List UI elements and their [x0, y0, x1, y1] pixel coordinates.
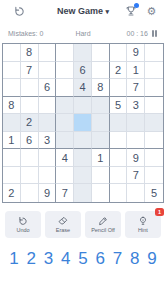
cell-r5c5[interactable]: [74, 114, 92, 132]
notification-dot: [134, 3, 139, 8]
cell-r6c6[interactable]: [92, 132, 110, 150]
cell-r8c1[interactable]: [3, 167, 21, 185]
pencil-button[interactable]: Pencil Off: [85, 211, 121, 238]
cell-r1c2[interactable]: 8: [21, 44, 39, 62]
cell-r5c7[interactable]: [110, 114, 128, 132]
cell-r3c2[interactable]: [21, 79, 39, 97]
cell-r4c9[interactable]: [145, 97, 163, 115]
cell-r9c1[interactable]: 2: [3, 184, 21, 202]
cell-r2c4[interactable]: [56, 62, 74, 80]
numpad-8[interactable]: 8: [128, 249, 142, 269]
cell-r2c7[interactable]: 2: [110, 62, 128, 80]
cell-r2c6[interactable]: [92, 62, 110, 80]
sudoku-board: 8976216487853216341972975: [2, 43, 164, 203]
cell-r1c7[interactable]: [110, 44, 128, 62]
cell-r2c9[interactable]: [145, 62, 163, 80]
cell-r4c5[interactable]: [74, 97, 92, 115]
trophy-button[interactable]: [124, 5, 137, 18]
hint-badge: 1: [155, 208, 164, 216]
cell-r5c3[interactable]: [39, 114, 57, 132]
cell-r4c8[interactable]: 3: [127, 97, 145, 115]
cell-r8c5[interactable]: [74, 167, 92, 185]
cell-r9c4[interactable]: 7: [56, 184, 74, 202]
cell-r9c5[interactable]: [74, 184, 92, 202]
cell-r6c9[interactable]: [145, 132, 163, 150]
status-bar: Mistakes: 0 Hard 00 : 16: [0, 25, 166, 41]
cell-r5c9[interactable]: [145, 114, 163, 132]
toolbar: Undo Erase Pencil Off 1 Hint: [0, 211, 166, 238]
cell-r5c8[interactable]: [127, 114, 145, 132]
cell-r1c6[interactable]: [92, 44, 110, 62]
cell-r3c3[interactable]: 6: [39, 79, 57, 97]
cell-r6c5[interactable]: [74, 132, 92, 150]
undo-label: Undo: [16, 227, 29, 233]
cell-r2c1[interactable]: [3, 62, 21, 80]
difficulty-label: Hard: [0, 30, 166, 37]
pencil-icon: [98, 216, 108, 226]
cell-r9c2[interactable]: [21, 184, 39, 202]
cell-r5c2[interactable]: 2: [21, 114, 39, 132]
undo-button[interactable]: Undo: [5, 211, 41, 238]
cell-r8c6[interactable]: [92, 167, 110, 185]
cell-r8c7[interactable]: [110, 167, 128, 185]
cell-r7c2[interactable]: [21, 149, 39, 167]
cell-r2c8[interactable]: 1: [127, 62, 145, 80]
lightbulb-icon: [138, 216, 148, 226]
cell-r6c2[interactable]: 6: [21, 132, 39, 150]
cell-r6c1[interactable]: 1: [3, 132, 21, 150]
cell-r6c4[interactable]: [56, 132, 74, 150]
cell-r7c6[interactable]: 1: [92, 149, 110, 167]
cell-r3c6[interactable]: 8: [92, 79, 110, 97]
cell-r8c2[interactable]: [21, 167, 39, 185]
cell-r3c8[interactable]: 7: [127, 79, 145, 97]
number-pad: 123456789: [0, 249, 166, 269]
cell-r1c4[interactable]: [56, 44, 74, 62]
cell-r6c7[interactable]: [110, 132, 128, 150]
cell-r5c4[interactable]: [56, 114, 74, 132]
cell-r3c9[interactable]: [145, 79, 163, 97]
cell-r1c5[interactable]: [74, 44, 92, 62]
cell-r5c1[interactable]: [3, 114, 21, 132]
cell-r8c4[interactable]: [56, 167, 74, 185]
cell-r4c1[interactable]: 8: [3, 97, 21, 115]
numpad-6[interactable]: 6: [93, 249, 107, 269]
cell-r7c4[interactable]: 4: [56, 149, 74, 167]
cell-r9c3[interactable]: 9: [39, 184, 57, 202]
cell-r7c3[interactable]: [39, 149, 57, 167]
cell-r3c5[interactable]: 4: [74, 79, 92, 97]
numpad-3[interactable]: 3: [42, 249, 56, 269]
numpad-4[interactable]: 4: [59, 249, 73, 269]
cell-r7c7[interactable]: [110, 149, 128, 167]
cell-r8c8[interactable]: 7: [127, 167, 145, 185]
numpad-2[interactable]: 2: [24, 249, 38, 269]
cell-r7c5[interactable]: [74, 149, 92, 167]
cell-r7c8[interactable]: 9: [127, 149, 145, 167]
eraser-icon: [58, 216, 68, 226]
cell-r9c6[interactable]: [92, 184, 110, 202]
cell-r3c4[interactable]: [56, 79, 74, 97]
numpad-7[interactable]: 7: [111, 249, 125, 269]
cell-r7c1[interactable]: [3, 149, 21, 167]
cell-r1c9[interactable]: [145, 44, 163, 62]
cell-r4c6[interactable]: [92, 97, 110, 115]
cell-r6c8[interactable]: [127, 132, 145, 150]
settings-button[interactable]: ⚙: [145, 5, 158, 18]
top-bar: New Game ▾ ⚙: [0, 0, 166, 22]
pencil-label: Pencil Off: [91, 227, 115, 233]
cell-r2c5[interactable]: 6: [74, 62, 92, 80]
cell-r9c7[interactable]: [110, 184, 128, 202]
cell-r9c9[interactable]: 5: [145, 184, 163, 202]
cell-r4c2[interactable]: [21, 97, 39, 115]
cell-r9c8[interactable]: [127, 184, 145, 202]
cell-r4c7[interactable]: 5: [110, 97, 128, 115]
erase-label: Erase: [56, 227, 70, 233]
hint-label: Hint: [138, 227, 148, 233]
cell-r6c3[interactable]: 3: [39, 132, 57, 150]
cell-r7c9[interactable]: [145, 149, 163, 167]
undo-icon: [18, 216, 28, 226]
cell-r5c6[interactable]: [92, 114, 110, 132]
cell-r8c9[interactable]: [145, 167, 163, 185]
cell-r1c3[interactable]: [39, 44, 57, 62]
cell-r3c7[interactable]: [110, 79, 128, 97]
cell-r1c1[interactable]: [3, 44, 21, 62]
cell-r8c3[interactable]: [39, 167, 57, 185]
erase-button[interactable]: Erase: [45, 211, 81, 238]
cell-r4c3[interactable]: [39, 97, 57, 115]
chevron-down-icon: ▾: [106, 8, 110, 15]
cell-r1c8[interactable]: 9: [127, 44, 145, 62]
cell-r3c1[interactable]: [3, 79, 21, 97]
gear-icon: ⚙: [147, 6, 157, 17]
cell-r2c2[interactable]: 7: [21, 62, 39, 80]
numpad-5[interactable]: 5: [76, 249, 90, 269]
page-title: New Game: [57, 6, 103, 16]
cell-r2c3[interactable]: [39, 62, 57, 80]
cell-r4c4[interactable]: [56, 97, 74, 115]
numpad-9[interactable]: 9: [145, 249, 159, 269]
numpad-1[interactable]: 1: [7, 249, 21, 269]
new-game-dropdown[interactable]: New Game ▾: [0, 6, 166, 16]
hint-button[interactable]: 1 Hint: [125, 211, 161, 238]
